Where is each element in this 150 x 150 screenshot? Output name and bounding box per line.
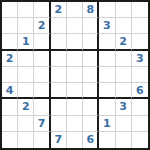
cell-r7c2-given[interactable]: 2	[18, 99, 34, 115]
cell-r5c2[interactable]	[18, 67, 34, 83]
cell-r3c3[interactable]	[34, 34, 50, 50]
cell-r1c9[interactable]	[132, 2, 148, 18]
cell-r4c7[interactable]	[99, 51, 115, 67]
cell-r9c9[interactable]	[132, 132, 148, 148]
cell-r8c1[interactable]	[2, 116, 18, 132]
cell-r7c1[interactable]	[2, 99, 18, 115]
cell-r7c8-given[interactable]: 3	[116, 99, 132, 115]
cell-r2c1[interactable]	[2, 18, 18, 34]
cell-r6c5[interactable]	[67, 83, 83, 99]
cell-r3c6[interactable]	[83, 34, 99, 50]
cell-r6c4[interactable]	[51, 83, 67, 99]
cell-r5c6[interactable]	[83, 67, 99, 83]
cell-r9c7[interactable]	[99, 132, 115, 148]
cell-r3c1[interactable]	[2, 34, 18, 50]
cell-r1c1[interactable]	[2, 2, 18, 18]
cell-r4c4[interactable]	[51, 51, 67, 67]
cell-r1c3[interactable]	[34, 2, 50, 18]
cell-r1c5[interactable]	[67, 2, 83, 18]
cell-r2c5[interactable]	[67, 18, 83, 34]
cell-r2c8[interactable]	[116, 18, 132, 34]
cell-r4c3[interactable]	[34, 51, 50, 67]
cell-r6c3[interactable]	[34, 83, 50, 99]
cell-r6c1-given[interactable]: 4	[2, 83, 18, 99]
cell-r6c9-given[interactable]: 6	[132, 83, 148, 99]
cell-r8c4[interactable]	[51, 116, 67, 132]
cell-r1c4-given[interactable]: 2	[51, 2, 67, 18]
cell-r2c2[interactable]	[18, 18, 34, 34]
cell-r7c5[interactable]	[67, 99, 83, 115]
cell-r6c8[interactable]	[116, 83, 132, 99]
cell-r6c2[interactable]	[18, 83, 34, 99]
cell-r3c4[interactable]	[51, 34, 67, 50]
cell-r3c9[interactable]	[132, 34, 148, 50]
cell-r4c6[interactable]	[83, 51, 99, 67]
cell-r4c5[interactable]	[67, 51, 83, 67]
sudoku-board: 2823122346237176	[0, 0, 150, 150]
cell-r9c8[interactable]	[116, 132, 132, 148]
cell-r2c6[interactable]	[83, 18, 99, 34]
cell-r6c7[interactable]	[99, 83, 115, 99]
cell-r5c1[interactable]	[2, 67, 18, 83]
cell-r1c2[interactable]	[18, 2, 34, 18]
cell-r5c8[interactable]	[116, 67, 132, 83]
cell-r9c2[interactable]	[18, 132, 34, 148]
cell-r7c7[interactable]	[99, 99, 115, 115]
cell-r2c9[interactable]	[132, 18, 148, 34]
cell-r4c2[interactable]	[18, 51, 34, 67]
cell-r3c5[interactable]	[67, 34, 83, 50]
cell-r5c9[interactable]	[132, 67, 148, 83]
cell-r3c7[interactable]	[99, 34, 115, 50]
cell-r3c2-given[interactable]: 1	[18, 34, 34, 50]
cell-r2c4[interactable]	[51, 18, 67, 34]
cell-r9c5[interactable]	[67, 132, 83, 148]
cell-r7c3[interactable]	[34, 99, 50, 115]
cell-r8c2[interactable]	[18, 116, 34, 132]
cell-r8c3-given[interactable]: 7	[34, 116, 50, 132]
cell-r5c3[interactable]	[34, 67, 50, 83]
cell-r9c4-given[interactable]: 7	[51, 132, 67, 148]
cell-r8c6[interactable]	[83, 116, 99, 132]
cell-r4c9-given[interactable]: 3	[132, 51, 148, 67]
cell-r4c1-given[interactable]: 2	[2, 51, 18, 67]
cell-r5c7[interactable]	[99, 67, 115, 83]
cell-r5c5[interactable]	[67, 67, 83, 83]
cell-r1c7[interactable]	[99, 2, 115, 18]
cell-r7c4[interactable]	[51, 99, 67, 115]
cell-r9c6-given[interactable]: 6	[83, 132, 99, 148]
cell-r8c7-given[interactable]: 1	[99, 116, 115, 132]
cell-r8c5[interactable]	[67, 116, 83, 132]
cell-r9c3[interactable]	[34, 132, 50, 148]
cell-r4c8[interactable]	[116, 51, 132, 67]
cell-r2c3-given[interactable]: 2	[34, 18, 50, 34]
cell-r2c7-given[interactable]: 3	[99, 18, 115, 34]
cell-r9c1[interactable]	[2, 132, 18, 148]
cell-r3c8-given[interactable]: 2	[116, 34, 132, 50]
cell-r1c6-given[interactable]: 8	[83, 2, 99, 18]
cell-r6c6[interactable]	[83, 83, 99, 99]
cell-r5c4[interactable]	[51, 67, 67, 83]
cell-r7c6[interactable]	[83, 99, 99, 115]
cell-r8c8[interactable]	[116, 116, 132, 132]
cell-r7c9[interactable]	[132, 99, 148, 115]
cell-r1c8[interactable]	[116, 2, 132, 18]
cell-r8c9[interactable]	[132, 116, 148, 132]
